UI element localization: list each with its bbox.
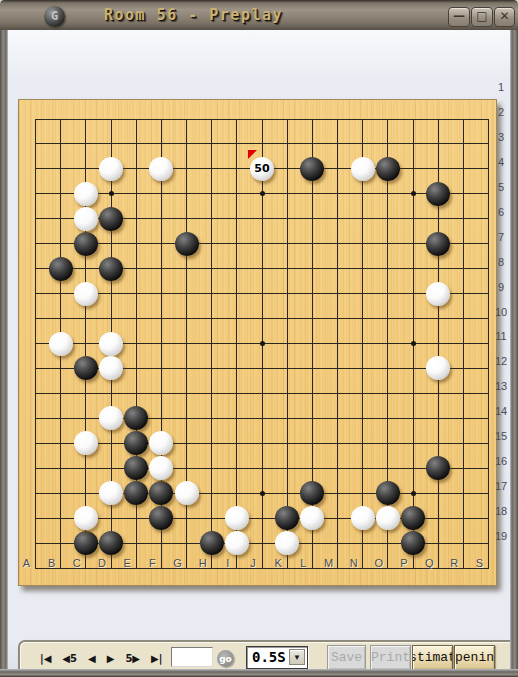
- stone-black: [99, 531, 123, 555]
- star-point: [109, 191, 114, 196]
- stone-white: [225, 506, 249, 530]
- stone-black: [426, 456, 450, 480]
- stone-black: [124, 481, 148, 505]
- save-button[interactable]: Save: [327, 645, 366, 670]
- row-label: 11: [490, 330, 512, 342]
- stone-white: [275, 531, 299, 555]
- row-label: 4: [490, 156, 512, 168]
- window-frame-left: [0, 30, 8, 677]
- stone-white: [99, 332, 123, 356]
- stone-black: [74, 232, 98, 256]
- stone-white: [99, 406, 123, 430]
- delay-value: 0.5S: [252, 649, 286, 665]
- star-point: [260, 191, 265, 196]
- nav-forward-button[interactable]: ▶: [107, 653, 115, 664]
- stone-black: [426, 182, 450, 206]
- row-label: 19: [490, 530, 512, 542]
- stone-white: 50: [250, 157, 274, 181]
- col-label: K: [269, 557, 287, 569]
- stone-white: [74, 282, 98, 306]
- app-window: 50 12345678910111213141516171819 ABCDEFG…: [0, 0, 518, 677]
- col-label: D: [93, 557, 111, 569]
- star-point: [411, 191, 416, 196]
- stone-black: [300, 157, 324, 181]
- stone-white: [149, 456, 173, 480]
- app-icon: G: [44, 6, 65, 27]
- star-point: [260, 341, 265, 346]
- col-label: I: [219, 557, 237, 569]
- col-label: R: [445, 557, 463, 569]
- dropdown-arrow-icon[interactable]: ▼: [289, 649, 305, 665]
- window-content: 50 12345678910111213141516171819 ABCDEFG…: [8, 30, 510, 669]
- stone-white: [99, 481, 123, 505]
- stone-black: [124, 456, 148, 480]
- col-label: G: [169, 557, 187, 569]
- go-board[interactable]: 50: [18, 99, 497, 586]
- row-label: 7: [490, 231, 512, 243]
- window-frame-right: [510, 30, 518, 677]
- title-bar[interactable]: G Room 56 - Preplay — □ ✕: [0, 0, 518, 30]
- stone-white: [99, 157, 123, 181]
- col-label: C: [68, 557, 86, 569]
- stone-black: [99, 207, 123, 231]
- nav-first-button[interactable]: |◀: [40, 653, 51, 664]
- stone-white: [175, 481, 199, 505]
- star-point: [411, 491, 416, 496]
- col-label: H: [194, 557, 212, 569]
- col-label: Q: [420, 557, 438, 569]
- row-label: 3: [490, 131, 512, 143]
- row-label: 15: [490, 430, 512, 442]
- nav-last-button[interactable]: ▶|: [151, 653, 162, 664]
- col-label: O: [370, 557, 388, 569]
- row-label: 12: [490, 355, 512, 367]
- stone-black: [200, 531, 224, 555]
- col-label: M: [320, 557, 338, 569]
- estimate-button[interactable]: stimat: [412, 645, 453, 670]
- window-frame-bottom: [0, 669, 518, 677]
- stone-black: [275, 506, 299, 530]
- stone-white: [426, 282, 450, 306]
- stone-white: [74, 182, 98, 206]
- row-label: 6: [490, 206, 512, 218]
- row-label: 8: [490, 256, 512, 268]
- stone-white: [351, 506, 375, 530]
- stone-white: [149, 157, 173, 181]
- delay-select[interactable]: 0.5S ▼: [246, 646, 308, 669]
- stone-black: [401, 531, 425, 555]
- col-label: A: [18, 557, 36, 569]
- stone-black: [376, 157, 400, 181]
- stone-black: [74, 356, 98, 380]
- row-label: 1: [490, 81, 512, 93]
- close-button[interactable]: ✕: [494, 7, 515, 27]
- col-label: E: [118, 557, 136, 569]
- nav-back-button[interactable]: ◀: [88, 653, 96, 664]
- star-point: [411, 341, 416, 346]
- stone-black: [175, 232, 199, 256]
- move-number-input[interactable]: [171, 647, 213, 667]
- stone-black: [49, 257, 73, 281]
- row-label: 17: [490, 480, 512, 492]
- stone-black: [149, 481, 173, 505]
- stone-black: [426, 232, 450, 256]
- stone-black: [74, 531, 98, 555]
- stone-white: [74, 431, 98, 455]
- stone-white: [74, 207, 98, 231]
- stone-black: [149, 506, 173, 530]
- nav-back5-button[interactable]: ◀5: [62, 653, 77, 664]
- col-label: B: [43, 557, 61, 569]
- window-title: Room 56 - Preplay: [104, 6, 283, 24]
- stone-white: [376, 506, 400, 530]
- go-button[interactable]: go: [217, 650, 234, 667]
- col-label: P: [395, 557, 413, 569]
- stone-white: [149, 431, 173, 455]
- col-label: J: [244, 557, 262, 569]
- row-label: 10: [490, 306, 512, 318]
- stone-black: [99, 257, 123, 281]
- move-number: 50: [250, 157, 274, 181]
- row-label: 14: [490, 405, 512, 417]
- col-label: F: [143, 557, 161, 569]
- stone-black: [124, 431, 148, 455]
- stone-white: [426, 356, 450, 380]
- stone-black: [376, 481, 400, 505]
- star-point: [260, 491, 265, 496]
- row-label: 2: [490, 106, 512, 118]
- row-label: 5: [490, 181, 512, 193]
- stone-white: [74, 506, 98, 530]
- col-label: L: [294, 557, 312, 569]
- stone-black: [124, 406, 148, 430]
- row-label: 18: [490, 505, 512, 517]
- print-button[interactable]: Print: [370, 645, 411, 670]
- stone-white: [99, 356, 123, 380]
- col-label: S: [471, 557, 489, 569]
- row-label: 13: [490, 380, 512, 392]
- stone-white: [225, 531, 249, 555]
- nav-controls: |◀ ◀5 ◀ ▶ 5▶ ▶|: [40, 653, 162, 664]
- minimize-button[interactable]: —: [448, 7, 470, 27]
- stone-black: [401, 506, 425, 530]
- row-label: 9: [490, 281, 512, 293]
- opening-button[interactable]: penin: [454, 645, 495, 670]
- stone-white: [300, 506, 324, 530]
- stone-white: [351, 157, 375, 181]
- col-label: N: [345, 557, 363, 569]
- row-label: 16: [490, 455, 512, 467]
- stone-black: [300, 481, 324, 505]
- nav-forward5-button[interactable]: 5▶: [125, 653, 140, 664]
- maximize-button[interactable]: □: [471, 7, 493, 27]
- stone-white: [49, 332, 73, 356]
